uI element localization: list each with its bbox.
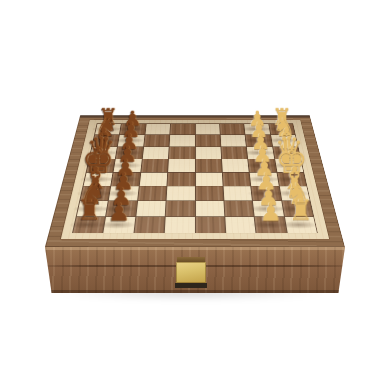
- square: [170, 135, 195, 146]
- square: [168, 159, 194, 172]
- square: [166, 201, 195, 216]
- square: [195, 172, 222, 185]
- square: [169, 147, 195, 159]
- chess-set-photo: ♜♞♝♛♚♝♞♜♟♟♟♟♟♟♟♟♟♟♟♟♟♟♟♟♜♞♝♛♚♝♞♜: [0, 0, 380, 380]
- square: [195, 217, 225, 233]
- square: [170, 124, 194, 135]
- brass-latch: [175, 257, 207, 288]
- square: [167, 186, 195, 200]
- square: [167, 172, 194, 185]
- front-bottom-edge: [45, 290, 345, 293]
- chess-board: ♜♞♝♛♚♝♞♜♟♟♟♟♟♟♟♟♟♟♟♟♟♟♟♟♜♞♝♛♚♝♞♜: [45, 115, 345, 247]
- latch-plate: [176, 262, 206, 283]
- front-top-highlight: [45, 247, 345, 250]
- square: [195, 147, 221, 159]
- square: [195, 135, 220, 146]
- square: [195, 186, 223, 200]
- square: [195, 124, 219, 135]
- latch-catch: [175, 283, 207, 288]
- piece-light-r: ♜: [277, 197, 325, 225]
- square: [195, 159, 221, 172]
- square: [165, 217, 195, 233]
- square: [195, 201, 224, 216]
- piece-dark-p: ♟: [95, 200, 143, 225]
